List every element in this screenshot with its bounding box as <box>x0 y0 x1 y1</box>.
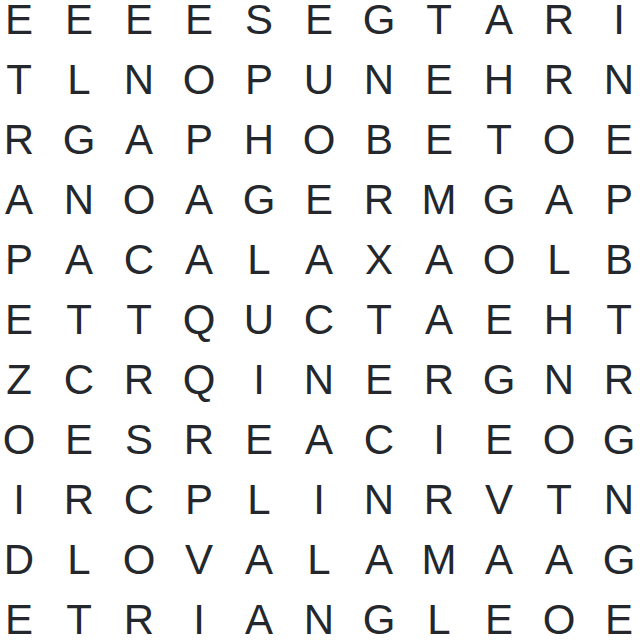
grid-cell[interactable]: R <box>409 350 469 410</box>
grid-cell[interactable]: U <box>229 290 289 350</box>
grid-cell[interactable]: N <box>289 590 349 642</box>
grid-cell[interactable]: A <box>0 170 49 230</box>
word-search-grid: EEEESEGTARITLNOPUNEHRNRGAPHOBETOEANOAGER… <box>0 0 640 642</box>
grid-cell[interactable]: A <box>109 110 169 170</box>
grid-cell[interactable]: A <box>169 230 229 290</box>
grid-cell[interactable]: E <box>589 590 640 642</box>
grid-cell[interactable]: N <box>349 50 409 110</box>
grid-cell[interactable]: T <box>49 290 109 350</box>
grid-cell[interactable]: G <box>349 0 409 50</box>
grid-cell[interactable]: E <box>109 0 169 50</box>
grid-cell[interactable]: P <box>0 230 49 290</box>
grid-cell[interactable]: P <box>589 170 640 230</box>
grid-cell[interactable]: V <box>469 470 529 530</box>
grid-cell[interactable]: E <box>289 0 349 50</box>
grid-cell[interactable]: O <box>529 410 589 470</box>
grid-cell[interactable]: A <box>289 410 349 470</box>
grid-cell[interactable]: G <box>469 350 529 410</box>
grid-cell[interactable]: O <box>169 50 229 110</box>
grid-cell[interactable]: O <box>289 110 349 170</box>
grid-cell[interactable]: I <box>0 470 49 530</box>
grid-cell[interactable]: N <box>109 50 169 110</box>
grid-cell[interactable]: H <box>469 50 529 110</box>
grid-cell[interactable]: R <box>49 470 109 530</box>
grid-cell[interactable]: A <box>469 530 529 590</box>
grid-cell[interactable]: R <box>349 170 409 230</box>
grid-cell[interactable]: C <box>49 350 109 410</box>
grid-cell[interactable]: O <box>109 170 169 230</box>
grid-cell[interactable]: A <box>49 230 109 290</box>
grid-cell[interactable]: N <box>349 470 409 530</box>
grid-cell[interactable]: I <box>409 410 469 470</box>
grid-cell[interactable]: I <box>289 470 349 530</box>
grid-cell[interactable]: T <box>529 470 589 530</box>
grid-cell[interactable]: G <box>49 110 109 170</box>
grid-cell[interactable]: E <box>469 410 529 470</box>
grid-cell[interactable]: R <box>529 0 589 50</box>
grid-cell[interactable]: O <box>109 530 169 590</box>
grid-cell[interactable]: E <box>0 0 49 50</box>
grid-cell[interactable]: E <box>289 170 349 230</box>
grid-cell[interactable]: Z <box>0 350 49 410</box>
grid-cell[interactable]: P <box>169 470 229 530</box>
grid-cell[interactable]: L <box>409 590 469 642</box>
grid-cell[interactable]: A <box>349 530 409 590</box>
grid-cell[interactable]: L <box>49 50 109 110</box>
grid-cell[interactable]: L <box>229 470 289 530</box>
grid-cell[interactable]: T <box>409 0 469 50</box>
grid-cell[interactable]: L <box>229 230 289 290</box>
grid-cell[interactable]: C <box>349 410 409 470</box>
grid-cell[interactable]: T <box>109 290 169 350</box>
grid-cell[interactable]: B <box>349 110 409 170</box>
grid-cell[interactable]: N <box>289 350 349 410</box>
grid-cell[interactable]: R <box>169 410 229 470</box>
grid-cell[interactable]: G <box>349 590 409 642</box>
grid-cell[interactable]: Q <box>169 350 229 410</box>
grid-cell[interactable]: L <box>289 530 349 590</box>
grid-cell[interactable]: A <box>409 230 469 290</box>
grid-cell[interactable]: H <box>229 110 289 170</box>
grid-cell[interactable]: I <box>169 590 229 642</box>
grid-cell[interactable]: R <box>589 350 640 410</box>
grid-cell[interactable]: A <box>409 290 469 350</box>
grid-cell[interactable]: B <box>589 230 640 290</box>
grid-cell[interactable]: P <box>169 110 229 170</box>
grid-cell[interactable]: T <box>589 290 640 350</box>
grid-cell[interactable]: A <box>529 170 589 230</box>
grid-cell[interactable]: E <box>589 110 640 170</box>
grid-cell[interactable]: H <box>529 290 589 350</box>
grid-cell[interactable]: N <box>589 50 640 110</box>
grid-cell[interactable]: E <box>229 410 289 470</box>
grid-cell[interactable]: E <box>469 590 529 642</box>
grid-cell[interactable]: X <box>349 230 409 290</box>
grid-cell[interactable]: T <box>469 110 529 170</box>
grid-cell[interactable]: N <box>49 170 109 230</box>
grid-cell[interactable]: O <box>529 590 589 642</box>
grid-cell[interactable]: R <box>0 110 49 170</box>
grid-cell[interactable]: S <box>109 410 169 470</box>
grid-cell[interactable]: G <box>469 170 529 230</box>
grid-cell[interactable]: U <box>289 50 349 110</box>
grid-cell[interactable]: E <box>49 410 109 470</box>
grid-cell[interactable]: A <box>229 590 289 642</box>
grid-cell[interactable]: L <box>49 530 109 590</box>
grid-cell[interactable]: A <box>169 170 229 230</box>
grid-cell[interactable]: O <box>0 410 49 470</box>
grid-cell[interactable]: N <box>529 350 589 410</box>
grid-cell[interactable]: E <box>469 290 529 350</box>
grid-cell[interactable]: L <box>529 230 589 290</box>
grid-cell[interactable]: G <box>589 410 640 470</box>
grid-cell[interactable]: R <box>109 350 169 410</box>
grid-cell[interactable]: V <box>169 530 229 590</box>
grid-cell[interactable]: A <box>229 530 289 590</box>
grid-cell[interactable]: E <box>409 110 469 170</box>
grid-cell[interactable]: A <box>469 0 529 50</box>
grid-cell[interactable]: Q <box>169 290 229 350</box>
grid-cell[interactable]: A <box>289 230 349 290</box>
grid-cell[interactable]: G <box>589 530 640 590</box>
grid-cell[interactable]: A <box>529 530 589 590</box>
grid-cell[interactable]: O <box>469 230 529 290</box>
grid-cell[interactable]: T <box>349 290 409 350</box>
grid-cell[interactable]: R <box>529 50 589 110</box>
grid-cell[interactable]: R <box>109 590 169 642</box>
grid-cell[interactable]: E <box>0 290 49 350</box>
grid-cell[interactable]: E <box>0 590 49 642</box>
grid-cell[interactable]: M <box>409 170 469 230</box>
grid-cell[interactable]: T <box>49 590 109 642</box>
grid-cell[interactable]: E <box>169 0 229 50</box>
grid-cell[interactable]: E <box>49 0 109 50</box>
grid-cell[interactable]: S <box>229 0 289 50</box>
grid-cell[interactable]: E <box>349 350 409 410</box>
grid-cell[interactable]: C <box>289 290 349 350</box>
grid-cell[interactable]: D <box>0 530 49 590</box>
grid-cell[interactable]: E <box>409 50 469 110</box>
grid-cell[interactable]: C <box>109 470 169 530</box>
grid-cell[interactable]: G <box>229 170 289 230</box>
grid-cell[interactable]: C <box>109 230 169 290</box>
grid-cell[interactable]: P <box>229 50 289 110</box>
grid-cell[interactable]: T <box>0 50 49 110</box>
grid-cell[interactable]: R <box>409 470 469 530</box>
grid-cell[interactable]: I <box>229 350 289 410</box>
grid-cell[interactable]: M <box>409 530 469 590</box>
grid-cell[interactable]: O <box>529 110 589 170</box>
grid-cell[interactable]: N <box>589 470 640 530</box>
grid-cell[interactable]: I <box>589 0 640 50</box>
